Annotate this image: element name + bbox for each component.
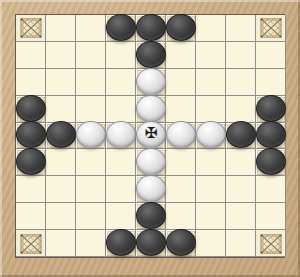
black-piece[interactable] [136, 41, 166, 68]
cell-e4[interactable] [136, 96, 166, 123]
black-piece[interactable] [16, 121, 46, 148]
cell-f2[interactable] [166, 42, 196, 69]
cell-f3[interactable] [166, 69, 196, 96]
cell-i9[interactable] [256, 230, 286, 257]
cell-g4[interactable] [196, 96, 226, 123]
black-piece[interactable] [166, 14, 196, 41]
black-piece[interactable] [46, 121, 76, 148]
cell-b6[interactable] [46, 149, 76, 176]
corner-ornament-icon [259, 18, 283, 38]
cell-b7[interactable] [46, 176, 76, 203]
white-piece[interactable] [136, 68, 166, 95]
cell-f6[interactable] [166, 149, 196, 176]
white-piece[interactable] [166, 121, 196, 148]
white-piece[interactable] [76, 121, 106, 148]
cell-d9[interactable] [106, 230, 136, 257]
corner-ornament-icon [19, 234, 43, 254]
cell-f8[interactable] [166, 203, 196, 230]
cell-i7[interactable] [256, 176, 286, 203]
cell-i8[interactable] [256, 203, 286, 230]
cell-h1[interactable] [226, 15, 256, 42]
cell-i3[interactable] [256, 69, 286, 96]
cell-e3[interactable] [136, 69, 166, 96]
cell-c4[interactable] [76, 96, 106, 123]
cell-h8[interactable] [226, 203, 256, 230]
cell-a9[interactable] [16, 230, 46, 257]
cell-h3[interactable] [226, 69, 256, 96]
cell-a4[interactable] [16, 96, 46, 123]
cell-h7[interactable] [226, 176, 256, 203]
white-piece[interactable] [196, 121, 226, 148]
cell-h6[interactable] [226, 149, 256, 176]
black-piece[interactable] [16, 95, 46, 122]
cell-f4[interactable] [166, 96, 196, 123]
cell-b1[interactable] [46, 15, 76, 42]
cell-b8[interactable] [46, 203, 76, 230]
king-piece[interactable]: ✠ [136, 121, 166, 148]
cell-c5[interactable] [76, 123, 106, 150]
cell-f7[interactable] [166, 176, 196, 203]
cell-a3[interactable] [16, 69, 46, 96]
black-piece[interactable] [16, 148, 46, 175]
cell-g5[interactable] [196, 123, 226, 150]
white-piece[interactable] [106, 121, 136, 148]
corner-ornament-icon [259, 234, 283, 254]
cell-f1[interactable] [166, 15, 196, 42]
cell-c3[interactable] [76, 69, 106, 96]
cell-d5[interactable] [106, 123, 136, 150]
cell-c8[interactable] [76, 203, 106, 230]
cell-g7[interactable] [196, 176, 226, 203]
cell-e7[interactable] [136, 176, 166, 203]
black-piece[interactable] [106, 229, 136, 256]
cell-b2[interactable] [46, 42, 76, 69]
cell-g9[interactable] [196, 230, 226, 257]
cell-i6[interactable] [256, 149, 286, 176]
cell-a8[interactable] [16, 203, 46, 230]
black-piece[interactable] [256, 121, 286, 148]
cell-h2[interactable] [226, 42, 256, 69]
cell-c6[interactable] [76, 149, 106, 176]
cell-e8[interactable] [136, 203, 166, 230]
cell-e2[interactable] [136, 42, 166, 69]
cell-e9[interactable] [136, 230, 166, 257]
cell-i4[interactable] [256, 96, 286, 123]
black-piece[interactable] [226, 121, 256, 148]
king-cross-icon: ✠ [137, 121, 165, 146]
cell-b9[interactable] [46, 230, 76, 257]
cell-d3[interactable] [106, 69, 136, 96]
cell-f9[interactable] [166, 230, 196, 257]
cell-g6[interactable] [196, 149, 226, 176]
cell-i2[interactable] [256, 42, 286, 69]
corner-ornament-icon [19, 18, 43, 38]
cell-h9[interactable] [226, 230, 256, 257]
cell-h4[interactable] [226, 96, 256, 123]
cell-c2[interactable] [76, 42, 106, 69]
cell-d4[interactable] [106, 96, 136, 123]
cell-e6[interactable] [136, 149, 166, 176]
cell-e5[interactable]: ✠ [136, 123, 166, 150]
black-piece[interactable] [106, 14, 136, 41]
cell-i1[interactable] [256, 15, 286, 42]
cell-h5[interactable] [226, 123, 256, 150]
board-grid: ✠ [15, 14, 285, 258]
black-piece[interactable] [136, 229, 166, 256]
cell-b3[interactable] [46, 69, 76, 96]
cell-b4[interactable] [46, 96, 76, 123]
cell-g8[interactable] [196, 203, 226, 230]
cell-g3[interactable] [196, 69, 226, 96]
cell-c9[interactable] [76, 230, 106, 257]
cell-a7[interactable] [16, 176, 46, 203]
cell-d7[interactable] [106, 176, 136, 203]
black-piece[interactable] [136, 202, 166, 229]
black-piece[interactable] [136, 14, 166, 41]
cell-c7[interactable] [76, 176, 106, 203]
tablut-board-screenshot: ✠ [0, 0, 300, 277]
cell-a5[interactable] [16, 123, 46, 150]
black-piece[interactable] [256, 95, 286, 122]
cell-i5[interactable] [256, 123, 286, 150]
cell-g2[interactable] [196, 42, 226, 69]
cell-d6[interactable] [106, 149, 136, 176]
cell-d1[interactable] [106, 15, 136, 42]
white-piece[interactable] [136, 95, 166, 122]
white-piece[interactable] [136, 175, 166, 202]
cell-c1[interactable] [76, 15, 106, 42]
cell-a2[interactable] [16, 42, 46, 69]
cell-a1[interactable] [16, 15, 46, 42]
cell-b5[interactable] [46, 123, 76, 150]
black-piece[interactable] [256, 148, 286, 175]
cell-a6[interactable] [16, 149, 46, 176]
cell-e1[interactable] [136, 15, 166, 42]
cell-f5[interactable] [166, 123, 196, 150]
white-piece[interactable] [136, 148, 166, 175]
black-piece[interactable] [166, 229, 196, 256]
cell-g1[interactable] [196, 15, 226, 42]
cell-d8[interactable] [106, 203, 136, 230]
cell-d2[interactable] [106, 42, 136, 69]
